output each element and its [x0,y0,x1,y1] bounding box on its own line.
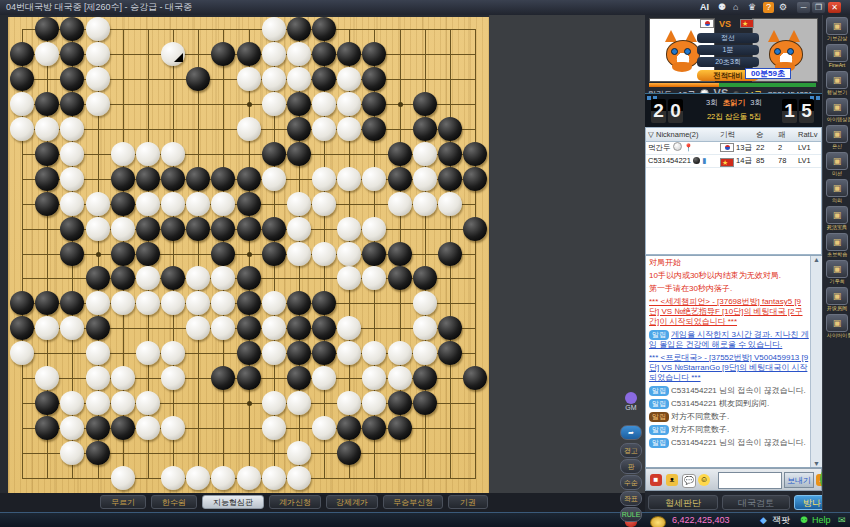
table-header-2[interactable]: 승 [754,128,776,141]
white-stone-11-9 [287,242,311,266]
white-stone-7-10 [186,266,210,290]
user-icon[interactable]: ⚉ [718,2,726,13]
feature-button-기보감상[interactable]: ▣기보감상 [825,17,849,42]
white-stone-12-16 [312,416,336,440]
black-stone-10-9 [262,242,286,266]
go-board[interactable] [8,17,489,493]
notice-badge: 알림 [649,438,669,448]
white-stone-13-15 [337,391,361,415]
speech-bubble-icon[interactable]: 💬 [682,474,696,488]
black-stone-7-6 [186,167,210,191]
losses: 2 [776,142,796,154]
black-stone-9-11 [237,291,261,315]
help-person-icon[interactable]: ⚉ [800,514,808,527]
black-stone-1-5 [35,142,59,166]
side-button-RULE[interactable]: RULE [620,507,642,522]
white-stone-5-5 [136,142,160,166]
white-stone-5-10 [136,266,160,290]
chat-export-button[interactable]: ➦ [620,425,642,440]
feature-icon: ▣ [826,17,848,35]
white-stone-9-4 [237,117,261,141]
black-stone-11-12 [287,316,311,340]
minimize-button[interactable]: ─ [797,2,810,13]
black-stone-3-16 [86,416,110,440]
white-stone-16-12 [413,316,437,340]
white-stone-10-1 [262,42,286,66]
white-stone-16-5 [413,142,437,166]
black-stone-17-12 [438,316,462,340]
right-feature-strip: ▣기보감상▣FineArt▣행낭보기▣아이템상점▣은신▣미션▣의뢰▣死活宝典▣초… [822,15,850,512]
white-stone-4-18 [111,466,135,490]
black-stone-0-12 [10,316,34,340]
white-stone-3-13 [86,341,110,365]
board-button-강제계가[interactable]: 강제계가 [326,495,378,509]
feature-button-미션[interactable]: ▣미션 [825,152,849,177]
white-stone-1-12 [35,316,59,340]
player-name: C531454221 [648,156,691,165]
white-stone-3-7 [86,192,110,216]
white-stone-6-11 [161,291,185,315]
feature-label: 의뢰 [827,198,847,204]
left-score-digit: 2 [651,99,666,123]
white-stone-3-11 [86,291,110,315]
send-button[interactable]: 보내기 [784,472,814,488]
feature-label: 은신 [827,144,847,150]
white-stone-10-13 [262,341,286,365]
gm-observer-icon[interactable]: GM [620,392,642,420]
white-stone-13-2 [337,67,361,91]
white-stone-2-16 [60,416,84,440]
gold-coins-icon[interactable] [650,516,666,527]
black-stone-13-17 [337,441,361,465]
chat-message: 알림C531454221 棋友回到房间. [649,399,811,409]
white-stone-1-14 [35,366,59,390]
white-stone-11-18 [287,466,311,490]
board-button-계가신청[interactable]: 계가신청 [269,495,321,509]
rating-level: LV1 [796,142,821,154]
feature-icon: ▣ [826,314,848,332]
white-stone-10-2 [262,67,286,91]
black-stone-1-3 [35,92,59,116]
chat-text-input[interactable] [718,472,782,489]
white-stone-17-7 [438,192,462,216]
black-stone-3-12 [86,316,110,340]
byoyomi-label: 20초3회 [697,57,759,67]
black-stone-2-1 [60,42,84,66]
white-stone-7-12 [186,316,210,340]
help-icon[interactable]: ? [763,2,774,13]
last-move-triangle-marker [174,53,183,62]
white-stone-8-10 [211,266,235,290]
white-stone-10-16 [262,416,286,440]
feature-label: FineArt [827,63,847,69]
white-stone-16-13 [413,341,437,365]
wins: 22 [754,142,776,154]
black-stone-2-9 [60,242,84,266]
player-table: ▽Nickname(2)기력승패RatLv 먹간두 📍 13급222LV1C53… [645,127,822,255]
black-stone-12-0 [312,17,336,41]
losses: 78 [776,155,796,167]
white-stone-6-16 [161,416,185,440]
feature-label: 행낭보기 [827,90,847,96]
feature-icon: ▣ [826,287,848,305]
white-stone-7-11 [186,291,210,315]
chat-message: 알림对方不同意数子. [649,425,811,435]
white-stone-4-15 [111,391,135,415]
feature-button-死活宝典[interactable]: ▣死活宝典 [825,206,849,231]
white-stone-0-13 [10,341,34,365]
black-stone-16-3 [413,92,437,116]
black-stone-4-7 [111,192,135,216]
white-stone-2-17 [60,441,84,465]
black-stone-6-8 [161,217,185,241]
black-stone-12-11 [312,291,336,315]
feature-label: 开设房间 [827,306,847,312]
white-stone-4-8 [111,217,135,241]
black-stone-14-16 [362,416,386,440]
feature-icon: ▣ [826,260,848,278]
white-stone-15-7 [388,192,412,216]
feature-button-开设房间[interactable]: ▣开设房间 [825,287,849,312]
flags-row: VS ★ [700,19,756,30]
feature-icon: ▣ [826,71,848,89]
black-stone-2-2 [60,67,84,91]
chat-input-bar: ■ ᴥ 💬 ☺ 보내기 ➚ [645,468,822,491]
black-stone-15-15 [388,391,412,415]
black-stone-18-8 [463,217,487,241]
feature-icon: ▣ [826,152,848,170]
white-stone-13-8 [337,217,361,241]
chat-log[interactable]: 对局开始10手以内或30秒以内结束为无效对局.第一手请在30秒内落子.*** <… [645,255,822,468]
cat-emoticon-icon[interactable]: ᴥ [666,474,678,486]
feature-label: 死活宝典 [827,225,847,231]
star-point [247,401,252,406]
wins: 85 [754,155,776,167]
white-stone-6-14 [161,366,185,390]
board-button-한수쉼[interactable]: 한수쉼 [151,495,197,509]
feature-button-기우회[interactable]: ▣기우회 [825,260,849,285]
chat-message: 알림C531454221 님의 접속이 끊겼습니다. [649,438,811,448]
go-client-window: { "game": "go", "board_size": 19, "posit… [0,0,850,527]
chat-message: 알림C531454221 님의 접속이 끊겼습니다. [649,386,811,396]
black-stone-2-3 [60,92,84,116]
side-button-경고[interactable]: 경고 [620,443,642,458]
black-stone-0-11 [10,291,34,315]
black-stone-9-6 [237,167,261,191]
white-stone-6-5 [161,142,185,166]
white-stone-8-12 [211,316,235,340]
chat-scrollbar[interactable]: ▲▼ [810,256,822,467]
white-stone-4-14 [111,366,135,390]
feature-button-FineArt[interactable]: ▣FineArt [825,44,849,69]
black-stone-17-13 [438,341,462,365]
chat-message: 10手以内或30秒以内结束为无效对局. [649,271,811,281]
black-stone-1-16 [35,416,59,440]
fox-avatar-right [765,32,805,72]
gear-icon[interactable]: ⚙ [779,2,787,13]
board-button-지능형심판[interactable]: 지능형심판 [202,495,264,509]
white-stone-2-5 [60,142,84,166]
black-stone-12-13 [312,341,336,365]
black-stone-13-1 [337,42,361,66]
player-row-C531454221[interactable]: C531454221 ▮★ 14급8578LV1 [646,155,821,168]
white-stone-13-13 [337,341,361,365]
ai-label: AI [700,2,709,13]
white-stone-6-13 [161,341,185,365]
black-stone-13-16 [337,416,361,440]
feature-button-사이버이동[interactable]: ▣사이버이동 [825,314,849,339]
white-stone-2-4 [60,117,84,141]
white-stone-12-3 [312,92,336,116]
player-rank: 14급 [736,156,752,165]
black-stone-11-3 [287,92,311,116]
white-stone-8-18 [211,466,235,490]
jackpot-label[interactable]: 잭팟 [772,514,790,527]
white-stone-5-11 [136,291,160,315]
feature-button-의뢰[interactable]: ▣의뢰 [825,179,849,204]
white-stone-14-15 [362,391,386,415]
white-stone-14-13 [362,341,386,365]
position-judge-button[interactable]: 형세판단 [648,495,718,510]
friend-icon: ▮ [702,156,706,165]
black-stone-2-8 [60,217,84,241]
black-stone-16-15 [413,391,437,415]
left-capture-counter: 20 [651,99,685,123]
black-stone-15-9 [388,242,412,266]
notice-badge: 알림 [649,412,669,422]
chat-message: 第一手请在30秒内落子. [649,284,811,294]
black-stone-5-9 [136,242,160,266]
white-stone-9-18 [237,466,261,490]
black-stone-1-0 [35,17,59,41]
black-stone-9-1 [237,42,261,66]
feature-icon: ▣ [826,206,848,224]
close-button[interactable]: ✕ [828,2,841,13]
white-stone-12-6 [312,167,336,191]
black-stone-3-17 [86,441,110,465]
board-button-기권[interactable]: 기권 [448,495,488,509]
main-time-label: 1분 [697,45,759,55]
board-button-무승부신청[interactable]: 무승부신청 [383,495,443,509]
black-stone-9-10 [237,266,261,290]
table-header-3[interactable]: 패 [776,128,796,141]
window-title: 04번대국방 대국중 [제260수] - 승강급 - 대국중 [6,2,192,12]
territory-info: 22집 잡은돌 5집 [689,112,779,122]
below-board-strip [0,493,645,512]
white-stone-11-8 [287,217,311,241]
black-stone-11-5 [287,142,311,166]
feature-label: 미션 [827,171,847,177]
black-stone-4-9 [111,242,135,266]
player-name: 먹간두 [648,143,671,152]
white-stone-16-6 [413,167,437,191]
notice-badge: 알림 [649,425,669,435]
white-stone-9-2 [237,67,261,91]
notice-badge: 알림 [649,399,669,409]
feature-icon: ▣ [826,98,848,116]
feature-button-행낭보기[interactable]: ▣행낭보기 [825,71,849,96]
black-stone-16-4 [413,117,437,141]
byoyomi-status-row: 3회 초읽기 3회 [689,98,779,108]
location-pin-icon: 📍 [684,143,693,152]
star-point [398,102,403,107]
white-stone-13-6 [337,167,361,191]
star-point [247,102,252,107]
ban-icon[interactable]: ■ [650,474,662,486]
white-stone-4-11 [111,291,135,315]
feature-label: 초보학습 [827,252,847,258]
player-row-먹간두[interactable]: 먹간두 📍 13급222LV1 [646,142,821,155]
fox-avatar-left [662,32,702,72]
white-stone-11-17 [287,441,311,465]
white-stone-1-4 [35,117,59,141]
black-stone-9-13 [237,341,261,365]
player-rank: 13급 [736,143,752,152]
winrate-bar [649,83,816,87]
white-stone-5-15 [136,391,160,415]
byoyomi-timer: 00분59초 [745,68,791,79]
right-score-digit: 5 [799,99,814,123]
left-score-digit: 0 [668,99,683,123]
white-stone-14-8 [362,217,386,241]
black-stone-16-10 [413,266,437,290]
help-label[interactable]: Help [812,514,831,527]
black-stone-12-12 [312,316,336,340]
chat-message: 对局开始 [649,258,811,268]
feature-button-은신[interactable]: ▣은신 [825,125,849,150]
white-stone-7-7 [186,192,210,216]
black-stone-0-2 [10,67,34,91]
white-stone-4-5 [111,142,135,166]
white-stone-7-18 [186,466,210,490]
smiley-icon[interactable]: ☺ [698,474,710,486]
white-stone-5-16 [136,416,160,440]
black-stone-14-9 [362,242,386,266]
rule-label: 정선 [697,33,759,43]
black-stone-15-5 [388,142,412,166]
filter-icon[interactable]: ▽ [646,128,654,141]
side-button-좌표[interactable]: 좌표 [620,491,642,506]
gold-amount: 6,422,425,403 [672,514,730,527]
chat-message: 알림게임을 시작한지 3시간 경과. 지나친 게임 몰입은 건강에 해로울 수 … [649,330,811,350]
black-stone-11-13 [287,341,311,365]
side-button-수순[interactable]: 수순 [620,475,642,490]
white-stone-13-10 [337,266,361,290]
black-stone-18-5 [463,142,487,166]
feature-button-아이템상점[interactable]: ▣아이템상점 [825,98,849,123]
white-stone-16-7 [413,192,437,216]
white-stone-3-8 [86,217,110,241]
white-stone-5-13 [136,341,160,365]
black-stone-9-14 [237,366,261,390]
korea-flag [700,19,714,28]
taskbar: 6,422,425,403 ◆ 잭팟 ⚉ Help ✉ [0,512,850,527]
feature-label: 기우회 [827,279,847,285]
white-stone-3-3 [86,92,110,116]
home-icon[interactable]: ⌂ [733,2,738,13]
white-stone-3-15 [86,391,110,415]
white-stone-3-0 [86,17,110,41]
white-stone-10-3 [262,92,286,116]
feature-icon: ▣ [826,179,848,197]
black-stone-10-5 [262,142,286,166]
black-stone-11-11 [287,291,311,315]
board-button-무르기[interactable]: 무르기 [100,495,146,509]
black-stone-8-6 [211,167,235,191]
white-stone-8-7 [211,192,235,216]
black-stone-4-10 [111,266,135,290]
white-stone-8-11 [211,291,235,315]
black-stone-18-14 [463,366,487,390]
white-stone-12-14 [312,366,336,390]
white-stone-2-6 [60,167,84,191]
vs-label-top: VS [719,19,731,29]
player-table-header: ▽Nickname(2)기력승패RatLv [646,128,821,142]
feature-icon: ▣ [826,233,848,251]
white-stone-13-9 [337,242,361,266]
black-stone-4-6 [111,167,135,191]
black-stone-11-14 [287,366,311,390]
black-stone-12-1 [312,42,336,66]
side-button-판[interactable]: 판 [620,459,642,474]
black-stone-1-7 [35,192,59,216]
black-stone-17-9 [438,242,462,266]
memo-envelope-icon[interactable]: ✉ [838,514,846,527]
white-stone-12-9 [312,242,336,266]
china-flag: ★ [740,19,754,28]
white-stone-3-1 [86,42,110,66]
black-stone-icon [693,157,700,164]
black-stone-1-11 [35,291,59,315]
crown-icon[interactable]: ♛ [748,2,756,13]
table-header-4[interactable]: RatLv [796,128,821,141]
black-stone-8-9 [211,242,235,266]
feature-label: 아이템상점 [827,117,847,123]
white-stone-3-2 [86,67,110,91]
black-stone-8-1 [211,42,235,66]
black-stone-4-16 [111,416,135,440]
white-stone-12-7 [312,192,336,216]
white-stone-0-4 [10,117,34,141]
korea-flag-small [720,143,734,152]
black-stone-14-3 [362,92,386,116]
table-header-1[interactable]: 기력 [718,128,754,141]
black-stone-5-8 [136,217,160,241]
black-stone-12-2 [312,67,336,91]
white-stone-2-15 [60,391,84,415]
white-stone-10-11 [262,291,286,315]
white-stone-icon [673,142,682,151]
table-header-0[interactable]: Nickname(2) [654,128,718,141]
white-stone-5-7 [136,192,160,216]
black-stone-10-8 [262,217,286,241]
white-stone-2-7 [60,192,84,216]
black-stone-8-8 [211,217,235,241]
game-review-button[interactable]: 대국검토 [722,495,790,510]
white-stone-10-15 [262,391,286,415]
black-stone-15-16 [388,416,412,440]
rating-level: LV1 [796,155,821,167]
feature-button-초보학습[interactable]: ▣초보학습 [825,233,849,258]
black-stone-11-0 [287,17,311,41]
star-point [96,252,101,257]
black-stone-0-1 [10,42,34,66]
white-stone-14-6 [362,167,386,191]
restore-button[interactable]: ❐ [812,2,825,13]
white-stone-10-6 [262,167,286,191]
white-stone-13-12 [337,316,361,340]
white-stone-2-12 [60,316,84,340]
